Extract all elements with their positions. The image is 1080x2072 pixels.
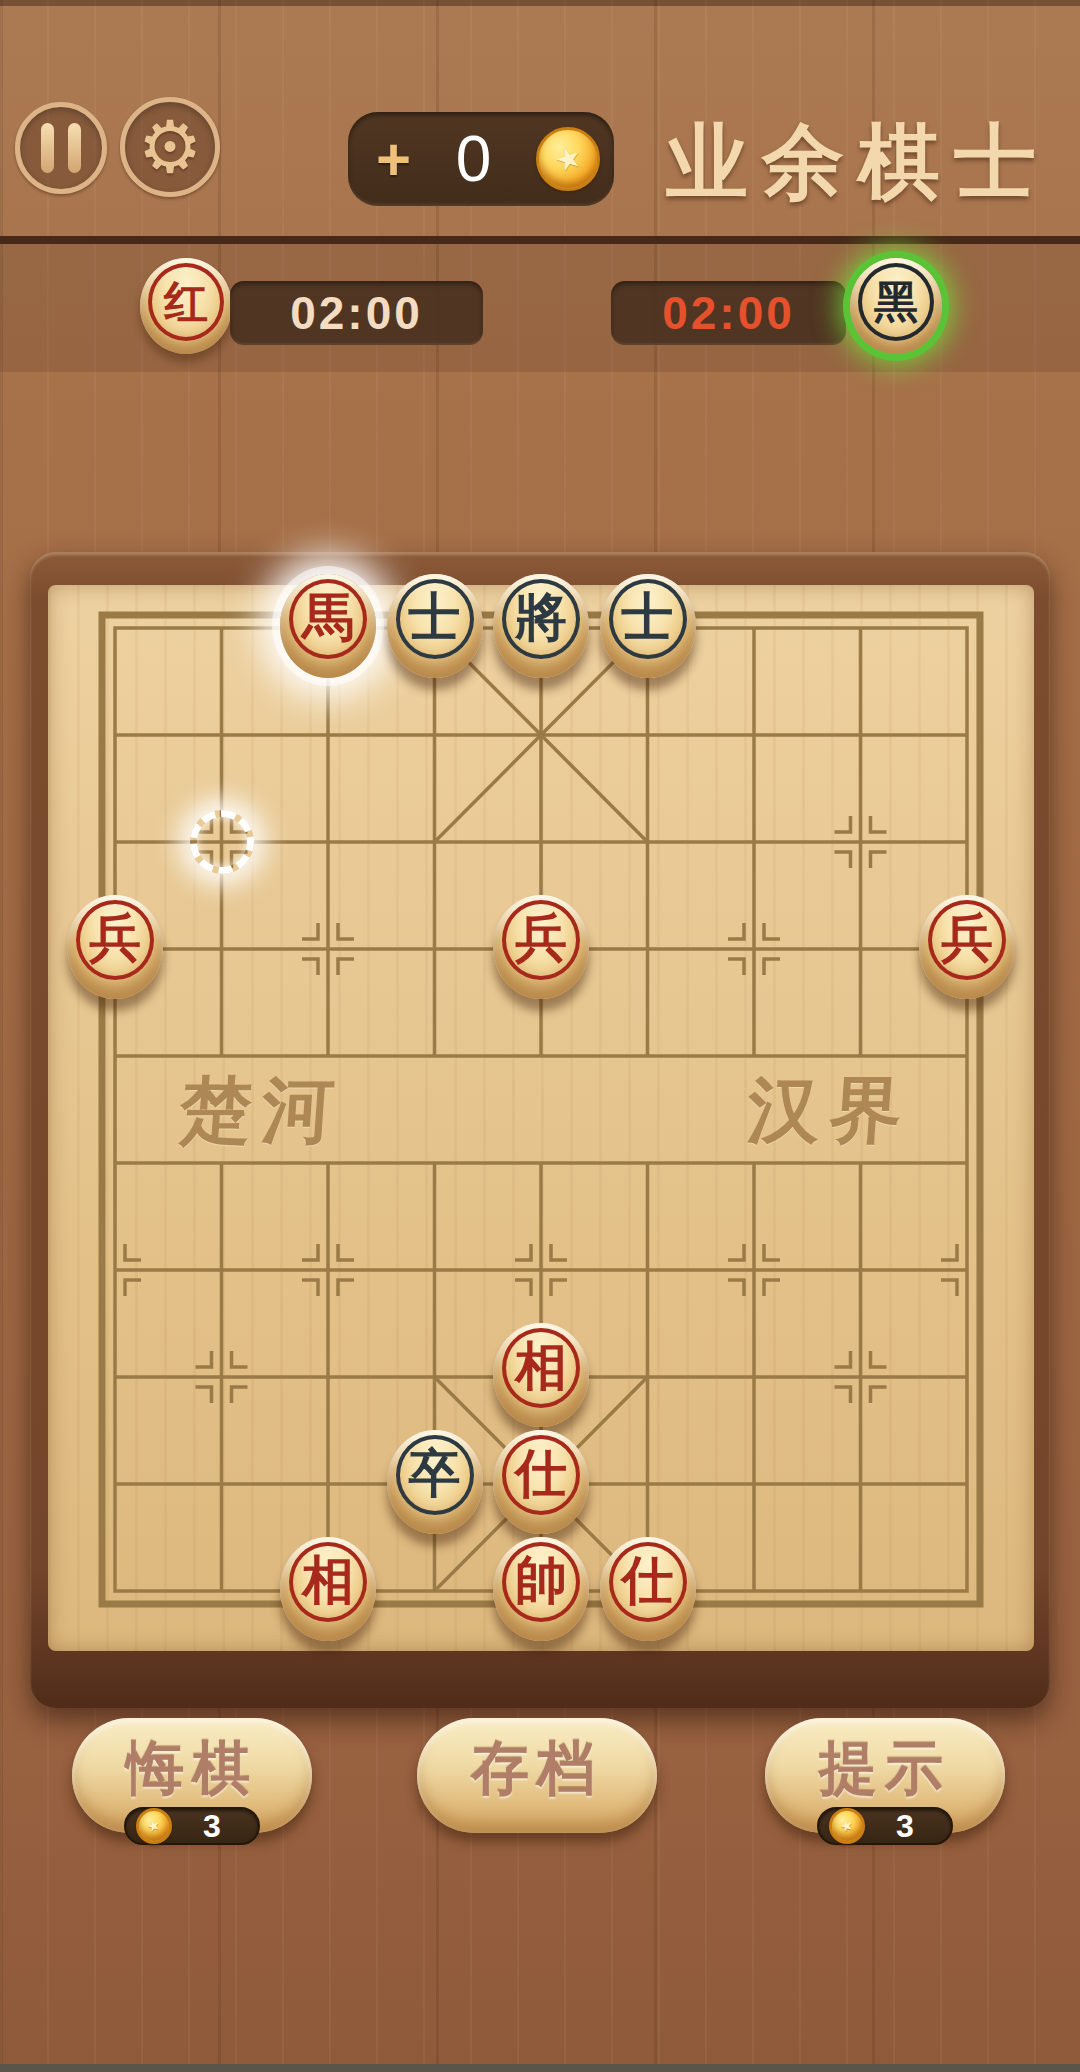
- piece-red-pawn[interactable]: 兵: [67, 895, 163, 999]
- hint-cost-badge: ★ 3: [817, 1807, 953, 1845]
- black-badge-label: 黑: [874, 273, 918, 332]
- piece-red-advisor[interactable]: 仕: [600, 1537, 696, 1641]
- black-timer: 02:00: [611, 281, 846, 345]
- piece-glyph: 兵: [67, 895, 163, 983]
- settings-button[interactable]: ⚙: [120, 97, 220, 197]
- red-timer: 02:00: [230, 281, 483, 345]
- piece-red-advisor[interactable]: 仕: [493, 1430, 589, 1534]
- hint-label: 提示: [819, 1730, 951, 1808]
- xiangqi-board-panel: 楚河 汉界 馬士將士兵兵兵相卒仕相帥仕: [30, 552, 1050, 1708]
- gold-coin-star-icon: ★: [136, 1808, 172, 1844]
- undo-label: 悔棋: [126, 1730, 258, 1808]
- undo-cost-badge: ★ 3: [124, 1807, 260, 1845]
- bottom-shade-strip: [0, 2064, 1080, 2072]
- piece-red-pawn[interactable]: 兵: [919, 895, 1015, 999]
- pause-button[interactable]: [15, 102, 107, 194]
- gold-coin-star-icon: ★: [829, 1808, 865, 1844]
- piece-glyph: 仕: [493, 1430, 589, 1518]
- piece-glyph: 兵: [919, 895, 1015, 983]
- piece-black-general[interactable]: 將: [493, 574, 589, 678]
- player-rank-title: 业余棋士: [600, 116, 1050, 206]
- river-label-left: 楚河: [149, 1067, 375, 1153]
- piece-black-advisor[interactable]: 士: [600, 574, 696, 678]
- gold-coin-star-icon: ★: [536, 127, 600, 191]
- piece-glyph: 士: [600, 574, 696, 662]
- hint-count: 3: [883, 1808, 927, 1845]
- piece-glyph: 帥: [493, 1537, 589, 1625]
- undo-move-button[interactable]: 悔棋 ★ 3: [72, 1718, 312, 1833]
- piece-glyph: 將: [493, 574, 589, 662]
- top-divider-line: [0, 236, 1080, 244]
- piece-red-horse[interactable]: 馬: [280, 574, 376, 678]
- coin-count: 0: [456, 122, 492, 196]
- hint-button[interactable]: 提示 ★ 3: [765, 1718, 1005, 1833]
- piece-glyph: 士: [387, 574, 483, 662]
- red-badge-label: 红: [164, 273, 208, 332]
- piece-glyph: 卒: [387, 1430, 483, 1518]
- pause-icon: [41, 123, 81, 173]
- river-label-right: 汉界: [717, 1067, 943, 1153]
- xiangqi-board[interactable]: 楚河 汉界 馬士將士兵兵兵相卒仕相帥仕: [48, 585, 1034, 1651]
- piece-glyph: 相: [280, 1537, 376, 1625]
- save-game-button[interactable]: 存档: [417, 1718, 657, 1833]
- piece-black-pawn[interactable]: 卒: [387, 1430, 483, 1534]
- last-move-origin-marker: [190, 810, 254, 874]
- piece-glyph: 相: [493, 1323, 589, 1411]
- piece-red-pawn[interactable]: 兵: [493, 895, 589, 999]
- piece-red-elephant[interactable]: 相: [280, 1537, 376, 1641]
- save-label: 存档: [471, 1730, 603, 1808]
- piece-glyph: 仕: [600, 1537, 696, 1625]
- top-shade-strip: [0, 0, 1080, 6]
- piece-red-elephant[interactable]: 相: [493, 1323, 589, 1427]
- piece-glyph: 馬: [280, 574, 376, 662]
- gear-icon: ⚙: [138, 111, 203, 183]
- piece-glyph: 兵: [493, 895, 589, 983]
- piece-black-advisor[interactable]: 士: [387, 574, 483, 678]
- red-side-badge: 红: [140, 258, 232, 354]
- add-coins-icon[interactable]: +: [376, 125, 411, 194]
- coin-counter-pill[interactable]: + 0 ★: [348, 112, 614, 206]
- undo-count: 3: [190, 1808, 234, 1845]
- piece-red-general[interactable]: 帥: [493, 1537, 589, 1641]
- black-side-badge-active: 黑: [850, 258, 942, 354]
- game-screen: ⚙ + 0 ★ 业余棋士 红 02:00 02:00 黑 楚河 汉界 馬士將士兵…: [0, 0, 1080, 2072]
